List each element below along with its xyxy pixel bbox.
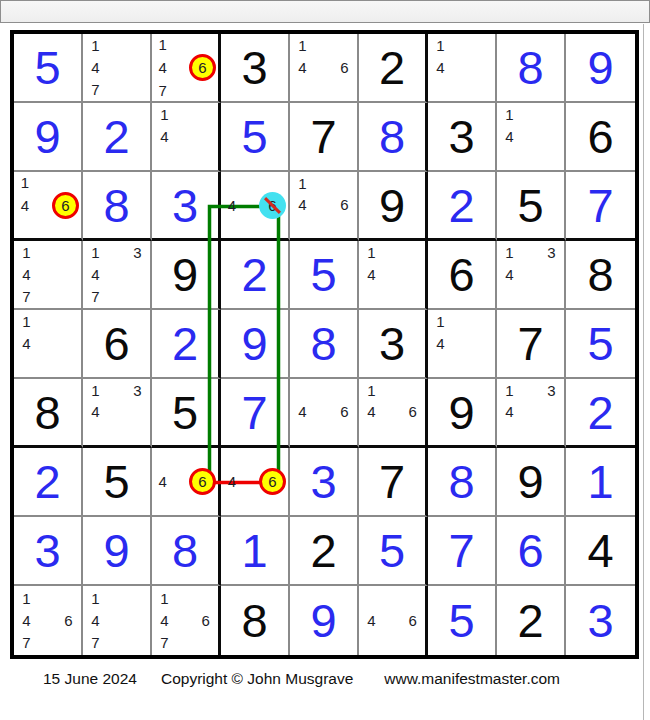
pencil-marks: 147 xyxy=(85,35,148,100)
pencil-marks: 46 xyxy=(223,173,286,237)
pencil-marks: 46 xyxy=(292,380,355,444)
candidate-7: 7 xyxy=(16,632,37,654)
given-digit: 9 xyxy=(497,448,564,515)
solved-digit: 8 xyxy=(428,448,495,515)
solved-digit: 2 xyxy=(428,172,495,238)
candidate-6-yellow-circle[interactable]: 6 xyxy=(52,192,79,219)
candidate-4: 4 xyxy=(499,264,520,286)
solved-digit: 8 xyxy=(497,34,564,101)
solved-digit: 5 xyxy=(359,517,425,584)
cell-r5c1[interactable]: 14 xyxy=(14,310,83,379)
cell-r3c9[interactable]: 7 xyxy=(566,172,635,241)
cell-r4c2[interactable]: 1347 xyxy=(83,241,152,310)
candidate-3: 3 xyxy=(127,380,148,401)
cell-r9c5[interactable]: 9 xyxy=(290,586,359,655)
pencil-marks: 147 xyxy=(85,587,148,654)
pencil-marks: 1347 xyxy=(85,242,148,307)
given-digit: 2 xyxy=(290,517,357,584)
candidate-6: 6 xyxy=(402,609,423,631)
candidate-4: 4 xyxy=(16,333,37,355)
cell-r6c4[interactable]: 7 xyxy=(221,379,290,448)
solved-digit: 2 xyxy=(14,448,81,515)
cell-r2c1[interactable]: 9 xyxy=(14,103,83,172)
pencil-marks: 1467 xyxy=(154,587,216,654)
cell-r6c6[interactable]: 146 xyxy=(359,379,428,448)
candidate-4: 4 xyxy=(361,401,382,422)
cell-r4c4[interactable]: 2 xyxy=(221,241,290,310)
cell-r7c4[interactable]: 46 xyxy=(221,448,290,517)
cell-r9c7[interactable]: 5 xyxy=(428,586,497,655)
given-digit: 2 xyxy=(497,586,564,655)
cell-r9c3[interactable]: 1467 xyxy=(152,586,221,655)
solved-digit: 7 xyxy=(221,379,288,445)
cell-r2c4[interactable]: 5 xyxy=(221,103,290,172)
candidate-1: 1 xyxy=(499,380,520,401)
candidate-3: 3 xyxy=(127,242,148,264)
given-digit: 3 xyxy=(221,34,288,101)
candidate-4: 4 xyxy=(223,468,241,495)
candidate-4: 4 xyxy=(223,192,241,219)
candidate-3: 3 xyxy=(541,380,562,401)
candidate-4: 4 xyxy=(154,126,175,148)
cell-r4c6[interactable]: 14 xyxy=(359,241,428,310)
candidate-4: 4 xyxy=(361,264,382,286)
given-digit: 7 xyxy=(497,310,564,377)
pencil-marks: 14 xyxy=(154,104,216,169)
cell-r1c9[interactable]: 9 xyxy=(566,34,635,103)
given-digit: 6 xyxy=(428,241,495,308)
pencil-marks: 14 xyxy=(499,104,562,169)
cell-r7c5[interactable]: 3 xyxy=(290,448,359,517)
cell-r8c8[interactable]: 6 xyxy=(497,517,566,586)
solved-digit: 2 xyxy=(566,379,635,445)
cell-r7c3[interactable]: 46 xyxy=(152,448,221,517)
candidate-4: 4 xyxy=(16,609,37,631)
given-digit: 3 xyxy=(359,310,425,377)
cell-r5c8[interactable]: 7 xyxy=(497,310,566,379)
given-digit: 5 xyxy=(83,448,150,515)
pencil-marks: 147 xyxy=(16,242,79,307)
cell-r9c1[interactable]: 1467 xyxy=(14,586,83,655)
candidate-7: 7 xyxy=(154,632,175,654)
cell-r1c8[interactable]: 8 xyxy=(497,34,566,103)
cell-r8c6[interactable]: 5 xyxy=(359,517,428,586)
cell-r4c7[interactable]: 6 xyxy=(428,241,497,310)
cell-r4c3[interactable]: 9 xyxy=(152,241,221,310)
solved-digit: 8 xyxy=(290,310,357,377)
pencil-marks: 14 xyxy=(361,242,423,307)
candidate-6-yellow-circle[interactable]: 6 xyxy=(189,54,216,81)
cell-r5c3[interactable]: 2 xyxy=(152,310,221,379)
given-digit: 8 xyxy=(14,379,81,445)
candidate-4: 4 xyxy=(85,264,106,286)
solved-digit: 2 xyxy=(83,103,150,170)
given-digit: 6 xyxy=(83,310,150,377)
candidate-1: 1 xyxy=(292,173,313,194)
candidate-1: 1 xyxy=(499,104,520,126)
pencil-marks: 146 xyxy=(16,173,79,237)
solved-digit: 5 xyxy=(566,310,635,377)
solved-digit: 5 xyxy=(221,103,288,170)
cell-r1c6[interactable]: 2 xyxy=(359,34,428,103)
given-digit: 4 xyxy=(566,517,635,584)
solved-digit: 3 xyxy=(290,448,357,515)
footer: 15 June 2024Copyright © John Musgravewww… xyxy=(43,670,560,688)
cell-r9c8[interactable]: 2 xyxy=(497,586,566,655)
pencil-marks: 134 xyxy=(499,242,562,307)
footer-date: 15 June 2024 xyxy=(43,670,137,687)
solved-digit: 3 xyxy=(14,517,81,584)
candidate-4: 4 xyxy=(16,264,37,286)
pencil-marks: 14 xyxy=(16,311,79,376)
solved-digit: 8 xyxy=(359,103,425,170)
candidate-1: 1 xyxy=(16,173,34,192)
cell-r7c9[interactable]: 1 xyxy=(566,448,635,517)
candidate-6: 6 xyxy=(334,194,355,215)
given-digit: 8 xyxy=(566,241,635,308)
cell-r4c8[interactable]: 134 xyxy=(497,241,566,310)
footer-copyright: Copyright © John Musgrave xyxy=(161,670,353,687)
cell-r9c9[interactable]: 3 xyxy=(566,586,635,655)
given-digit: 3 xyxy=(428,103,495,170)
cell-r5c9[interactable]: 5 xyxy=(566,310,635,379)
cell-r5c7[interactable]: 14 xyxy=(428,310,497,379)
cell-r1c7[interactable]: 14 xyxy=(428,34,497,103)
cell-r1c1[interactable]: 5 xyxy=(14,34,83,103)
candidate-1: 1 xyxy=(85,35,106,57)
candidate-1: 1 xyxy=(430,35,451,57)
given-digit: 9 xyxy=(428,379,495,445)
sudoku-board: 5147146731462148992145783146146834614692… xyxy=(10,30,639,659)
solved-digit: 3 xyxy=(566,586,635,655)
cell-r5c4[interactable]: 9 xyxy=(221,310,290,379)
candidate-1: 1 xyxy=(85,380,106,401)
cell-r7c2[interactable]: 5 xyxy=(83,448,152,517)
cell-r9c4[interactable]: 8 xyxy=(221,586,290,655)
cell-r2c5[interactable]: 7 xyxy=(290,103,359,172)
cell-r7c6[interactable]: 7 xyxy=(359,448,428,517)
solved-digit: 6 xyxy=(497,517,564,584)
candidate-4: 4 xyxy=(154,468,172,495)
candidate-4: 4 xyxy=(85,609,106,631)
cell-r3c5[interactable]: 146 xyxy=(290,172,359,241)
footer-website-link[interactable]: www.manifestmaster.com xyxy=(384,670,560,687)
cell-r8c2[interactable]: 9 xyxy=(83,517,152,586)
cell-r2c2[interactable]: 2 xyxy=(83,103,152,172)
solved-digit: 9 xyxy=(566,34,635,101)
cell-r6c9[interactable]: 2 xyxy=(566,379,635,448)
candidate-4: 4 xyxy=(361,609,382,631)
given-digit: 6 xyxy=(566,103,635,170)
solved-digit: 2 xyxy=(221,241,288,308)
given-digit: 5 xyxy=(497,172,564,238)
cell-r3c7[interactable]: 2 xyxy=(428,172,497,241)
window-top-bar xyxy=(0,0,650,23)
candidate-4: 4 xyxy=(292,194,313,215)
candidate-4: 4 xyxy=(16,192,34,219)
cell-r3c3[interactable]: 3 xyxy=(152,172,221,241)
solved-digit: 8 xyxy=(83,172,150,238)
cell-r2c9[interactable]: 6 xyxy=(566,103,635,172)
candidate-4: 4 xyxy=(499,401,520,422)
solved-digit: 9 xyxy=(14,103,81,170)
solved-digit: 1 xyxy=(221,517,288,584)
solved-digit: 1 xyxy=(566,448,635,515)
given-digit: 8 xyxy=(221,586,288,655)
candidate-1: 1 xyxy=(430,311,451,333)
cell-r6c3[interactable]: 5 xyxy=(152,379,221,448)
candidate-1: 1 xyxy=(16,587,37,609)
cell-r3c4[interactable]: 46 xyxy=(221,172,290,241)
pencil-marks: 146 xyxy=(292,173,355,237)
cell-r2c6[interactable]: 8 xyxy=(359,103,428,172)
cell-r1c2[interactable]: 147 xyxy=(83,34,152,103)
cell-r8c9[interactable]: 4 xyxy=(566,517,635,586)
candidate-1: 1 xyxy=(361,242,382,264)
cell-r6c7[interactable]: 9 xyxy=(428,379,497,448)
sudoku-grid: 5147146731462148992145783146146834614692… xyxy=(14,34,635,655)
pencil-marks: 46 xyxy=(223,449,286,514)
solved-digit: 3 xyxy=(152,172,218,238)
given-digit: 5 xyxy=(152,379,218,445)
cell-r5c5[interactable]: 8 xyxy=(290,310,359,379)
cell-r8c5[interactable]: 2 xyxy=(290,517,359,586)
pencil-marks: 46 xyxy=(154,449,216,514)
solved-digit: 7 xyxy=(428,517,495,584)
cell-r3c2[interactable]: 8 xyxy=(83,172,152,241)
candidate-4: 4 xyxy=(154,54,172,81)
candidate-1: 1 xyxy=(154,104,175,126)
candidate-1: 1 xyxy=(16,242,37,264)
candidate-4: 4 xyxy=(154,609,175,631)
cell-r4c1[interactable]: 147 xyxy=(14,241,83,310)
solved-digit: 9 xyxy=(290,586,357,655)
candidate-4: 4 xyxy=(85,57,106,79)
candidate-4: 4 xyxy=(499,126,520,148)
cell-r8c7[interactable]: 7 xyxy=(428,517,497,586)
cell-r7c8[interactable]: 9 xyxy=(497,448,566,517)
candidate-6-yellow-circle[interactable]: 6 xyxy=(189,468,216,495)
solved-digit: 8 xyxy=(152,517,218,584)
given-digit: 2 xyxy=(359,34,425,101)
candidate-4: 4 xyxy=(292,401,313,422)
candidate-1: 1 xyxy=(361,380,382,401)
cell-r9c2[interactable]: 147 xyxy=(83,586,152,655)
pencil-marks: 1467 xyxy=(16,587,79,654)
cell-r3c8[interactable]: 5 xyxy=(497,172,566,241)
candidate-1: 1 xyxy=(154,35,172,54)
candidate-7: 7 xyxy=(85,285,106,307)
cell-r8c3[interactable]: 8 xyxy=(152,517,221,586)
pencil-marks: 46 xyxy=(361,587,423,654)
cell-r4c5[interactable]: 5 xyxy=(290,241,359,310)
candidate-4: 4 xyxy=(292,57,313,79)
pencil-marks: 134 xyxy=(499,380,562,444)
window-right-edge xyxy=(643,24,644,720)
candidate-6: 6 xyxy=(58,609,79,631)
candidate-4: 4 xyxy=(85,401,106,422)
cell-r6c8[interactable]: 134 xyxy=(497,379,566,448)
solved-digit: 5 xyxy=(14,34,81,101)
solved-digit: 7 xyxy=(566,172,635,238)
cell-r1c4[interactable]: 3 xyxy=(221,34,290,103)
pencil-marks: 146 xyxy=(361,380,423,444)
cell-r7c1[interactable]: 2 xyxy=(14,448,83,517)
cell-r2c3[interactable]: 14 xyxy=(152,103,221,172)
cell-r3c1[interactable]: 146 xyxy=(14,172,83,241)
cell-r2c8[interactable]: 14 xyxy=(497,103,566,172)
cell-r1c3[interactable]: 1467 xyxy=(152,34,221,103)
candidate-4: 4 xyxy=(430,57,451,79)
cell-r8c1[interactable]: 3 xyxy=(14,517,83,586)
solved-digit: 5 xyxy=(428,586,495,655)
pencil-marks: 146 xyxy=(292,35,355,100)
candidate-1: 1 xyxy=(499,242,520,264)
cell-r6c2[interactable]: 134 xyxy=(83,379,152,448)
pencil-marks: 134 xyxy=(85,380,148,444)
given-digit: 7 xyxy=(359,448,425,515)
candidate-6: 6 xyxy=(402,401,423,422)
pencil-marks: 1467 xyxy=(154,35,216,100)
cell-r6c1[interactable]: 8 xyxy=(14,379,83,448)
given-digit: 9 xyxy=(359,172,425,238)
cell-r5c6[interactable]: 3 xyxy=(359,310,428,379)
candidate-4: 4 xyxy=(430,333,451,355)
cell-r9c6[interactable]: 46 xyxy=(359,586,428,655)
solved-digit: 2 xyxy=(152,310,218,377)
candidate-1: 1 xyxy=(154,587,175,609)
cell-r2c7[interactable]: 3 xyxy=(428,103,497,172)
solved-digit: 9 xyxy=(221,310,288,377)
candidate-6: 6 xyxy=(334,57,355,79)
cell-r7c7[interactable]: 8 xyxy=(428,448,497,517)
cell-r1c5[interactable]: 146 xyxy=(290,34,359,103)
given-digit: 7 xyxy=(290,103,357,170)
candidate-1: 1 xyxy=(85,587,106,609)
candidate-6: 6 xyxy=(195,609,216,631)
candidate-7: 7 xyxy=(85,78,106,100)
cell-r8c4[interactable]: 1 xyxy=(221,517,290,586)
candidate-6-yellow-circle[interactable]: 6 xyxy=(259,468,286,495)
candidate-1: 1 xyxy=(292,35,313,57)
cell-r6c5[interactable]: 46 xyxy=(290,379,359,448)
candidate-6-cyan-circle[interactable]: 6 xyxy=(259,192,286,219)
cell-r4c9[interactable]: 8 xyxy=(566,241,635,310)
given-digit: 9 xyxy=(152,241,218,308)
candidate-7: 7 xyxy=(154,81,172,100)
pencil-marks: 14 xyxy=(430,35,493,100)
solved-digit: 9 xyxy=(83,517,150,584)
candidate-3: 3 xyxy=(541,242,562,264)
candidate-6: 6 xyxy=(334,401,355,422)
cell-r5c2[interactable]: 6 xyxy=(83,310,152,379)
solved-digit: 5 xyxy=(290,241,357,308)
candidate-1: 1 xyxy=(85,242,106,264)
cell-r3c6[interactable]: 9 xyxy=(359,172,428,241)
candidate-7: 7 xyxy=(85,632,106,654)
pencil-marks: 14 xyxy=(430,311,493,376)
candidate-7: 7 xyxy=(16,285,37,307)
candidate-1: 1 xyxy=(16,311,37,333)
